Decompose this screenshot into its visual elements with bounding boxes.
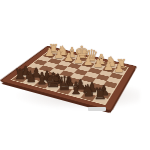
product-photo[interactable]: ♜♞♝♚♛♝♞♜♟♟♟♟♟♟♟♟♟♟♟♟♟♟♟♟♜♞♝♚♛♝♞♜	[0, 0, 150, 150]
watermark-smudge	[88, 107, 106, 111]
